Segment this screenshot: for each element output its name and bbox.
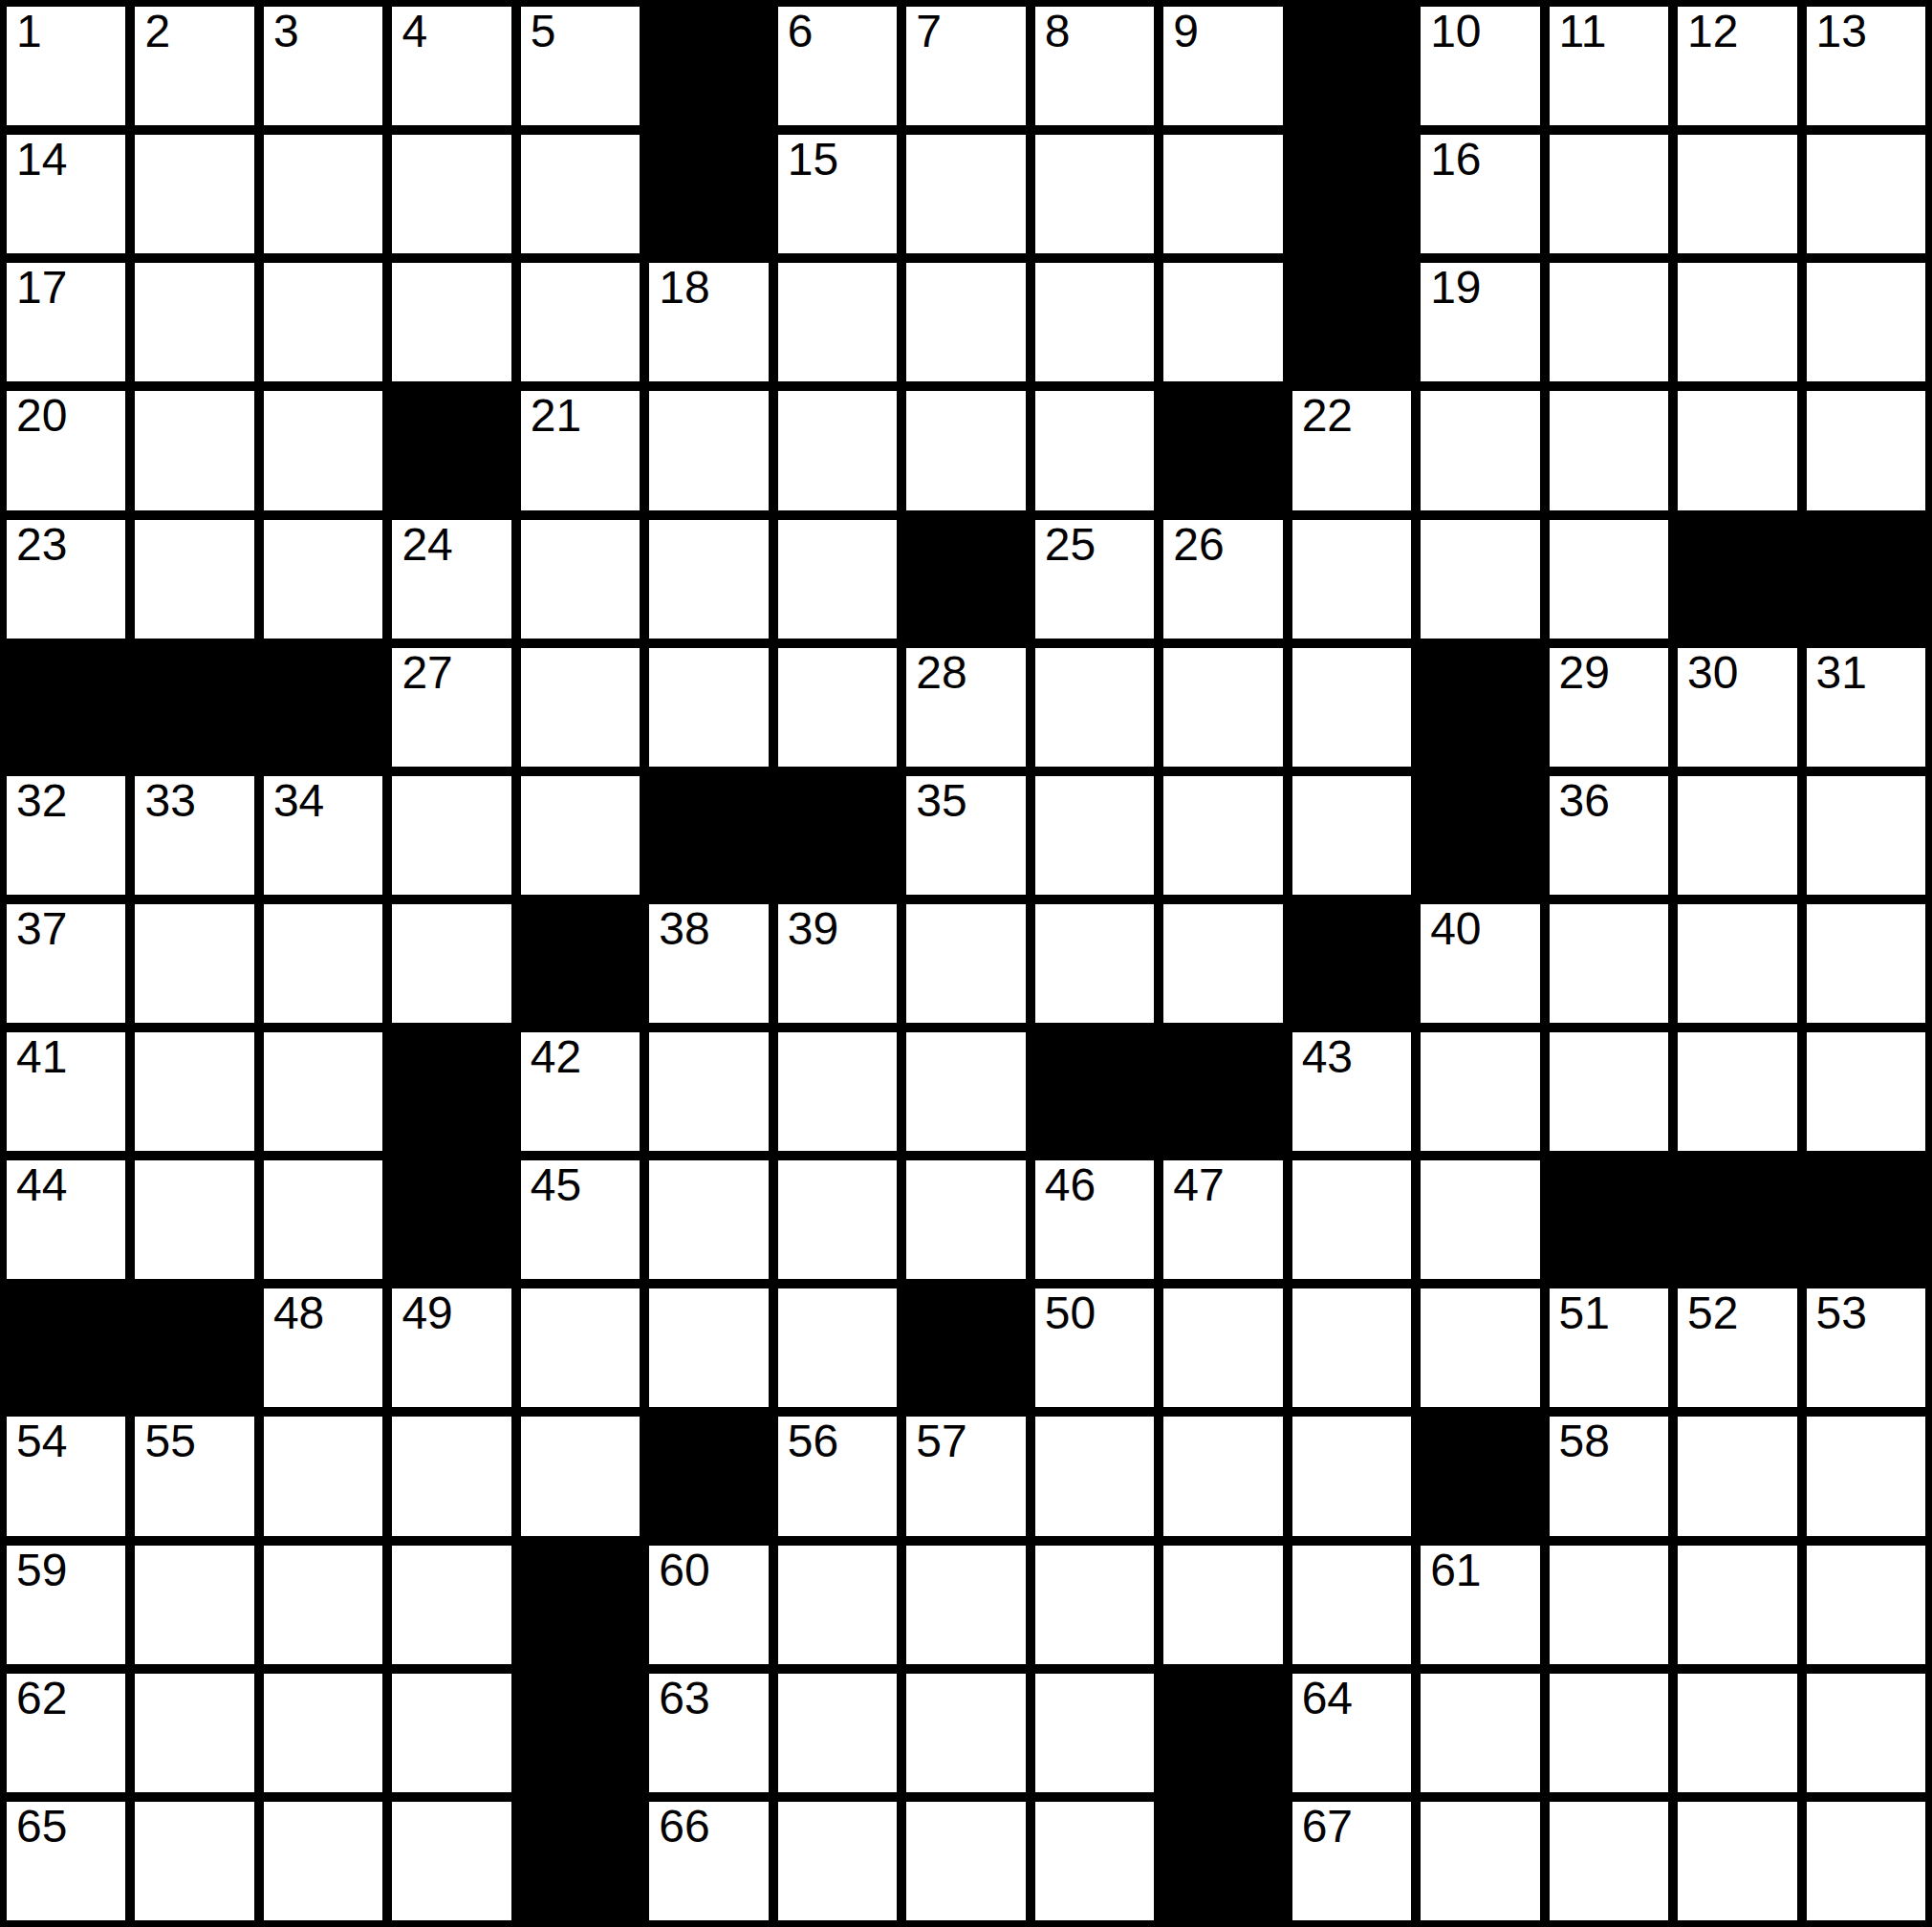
white-square-r6c7[interactable] [778, 648, 897, 767]
white-square-r9c2[interactable] [135, 1032, 253, 1151]
white-square-r7c13[interactable]: 36 [1550, 776, 1668, 895]
white-square-r13c4[interactable] [392, 1546, 510, 1664]
white-square-r1c2[interactable]: 2 [135, 7, 253, 125]
clue-number: 52 [1687, 1290, 1738, 1336]
black-square-r7c12 [1421, 776, 1539, 895]
white-square-r3c2[interactable] [135, 263, 253, 381]
black-square-r3c11 [1292, 263, 1411, 381]
white-square-r15c2[interactable] [135, 1802, 253, 1920]
white-square-r15c15[interactable] [1807, 1802, 1925, 1920]
white-square-r8c12[interactable]: 40 [1421, 904, 1539, 1023]
white-square-r1c9[interactable]: 8 [1035, 7, 1154, 125]
clue-number: 34 [273, 778, 324, 824]
white-square-r3c7[interactable] [778, 263, 897, 381]
clue-number: 29 [1559, 650, 1610, 696]
white-square-r11c5[interactable] [521, 1288, 640, 1407]
clue-number: 13 [1816, 9, 1867, 54]
white-square-r12c7[interactable]: 56 [778, 1417, 897, 1535]
white-square-r1c10[interactable]: 9 [1163, 7, 1282, 125]
black-square-r8c11 [1292, 904, 1411, 1023]
clue-number: 63 [659, 1676, 709, 1721]
white-square-r11c6[interactable] [649, 1288, 768, 1407]
white-square-r5c1[interactable]: 23 [7, 520, 125, 639]
white-square-r2c14[interactable] [1678, 135, 1796, 253]
clue-number: 1 [16, 9, 42, 54]
white-square-r14c13[interactable] [1550, 1674, 1668, 1792]
black-square-r6c3 [264, 648, 382, 767]
white-square-r14c15[interactable] [1807, 1674, 1925, 1792]
white-square-r11c11[interactable] [1292, 1288, 1411, 1407]
white-square-r4c11[interactable]: 22 [1292, 391, 1411, 509]
white-square-r14c2[interactable] [135, 1674, 253, 1792]
clue-number: 28 [916, 650, 966, 696]
white-square-r2c7[interactable]: 15 [778, 135, 897, 253]
white-square-r8c3[interactable] [264, 904, 382, 1023]
clue-number: 10 [1430, 9, 1481, 54]
white-square-r9c13[interactable] [1550, 1032, 1668, 1151]
black-square-r10c13 [1550, 1160, 1668, 1279]
white-square-r1c8[interactable]: 7 [906, 7, 1025, 125]
white-square-r4c13[interactable] [1550, 391, 1668, 509]
white-square-r4c14[interactable] [1678, 391, 1796, 509]
white-square-r10c2[interactable] [135, 1160, 253, 1279]
white-square-r5c5[interactable] [521, 520, 640, 639]
white-square-r2c9[interactable] [1035, 135, 1154, 253]
white-square-r12c3[interactable] [264, 1417, 382, 1535]
black-square-r6c12 [1421, 648, 1539, 767]
clue-number: 8 [1045, 9, 1071, 54]
white-square-r2c10[interactable] [1163, 135, 1282, 253]
white-square-r4c6[interactable] [649, 391, 768, 509]
white-square-r10c7[interactable] [778, 1160, 897, 1279]
black-square-r13c5 [521, 1546, 640, 1664]
white-square-r13c8[interactable] [906, 1546, 1025, 1664]
clue-number: 24 [402, 522, 452, 568]
white-square-r3c14[interactable] [1678, 263, 1796, 381]
black-square-r10c4 [392, 1160, 510, 1279]
white-square-r13c13[interactable] [1550, 1546, 1668, 1664]
white-square-r1c13[interactable]: 11 [1550, 7, 1668, 125]
white-square-r6c15[interactable]: 31 [1807, 648, 1925, 767]
black-square-r7c7 [778, 776, 897, 895]
clue-number: 2 [144, 9, 170, 54]
black-square-r9c4 [392, 1032, 510, 1151]
clue-number: 27 [402, 650, 452, 696]
white-square-r10c9[interactable]: 46 [1035, 1160, 1154, 1279]
white-square-r1c3[interactable]: 3 [264, 7, 382, 125]
white-square-r13c11[interactable] [1292, 1546, 1411, 1664]
black-square-r11c2 [135, 1288, 253, 1407]
clue-number: 4 [402, 9, 427, 54]
white-square-r9c14[interactable] [1678, 1032, 1796, 1151]
white-square-r12c15[interactable] [1807, 1417, 1925, 1535]
white-square-r4c8[interactable] [906, 391, 1025, 509]
black-square-r5c15 [1807, 520, 1925, 639]
white-square-r7c9[interactable] [1035, 776, 1154, 895]
white-square-r14c3[interactable] [264, 1674, 382, 1792]
clue-number: 56 [788, 1418, 838, 1464]
clue-number: 50 [1045, 1290, 1096, 1336]
white-square-r14c9[interactable] [1035, 1674, 1154, 1792]
white-square-r8c8[interactable] [906, 904, 1025, 1023]
white-square-r11c4[interactable]: 49 [392, 1288, 510, 1407]
white-square-r9c15[interactable] [1807, 1032, 1925, 1151]
white-square-r4c9[interactable] [1035, 391, 1154, 509]
clue-number: 30 [1687, 650, 1738, 696]
white-square-r1c5[interactable]: 5 [521, 7, 640, 125]
white-square-r1c7[interactable]: 6 [778, 7, 897, 125]
white-square-r8c1[interactable]: 37 [7, 904, 125, 1023]
black-square-r10c15 [1807, 1160, 1925, 1279]
white-square-r9c6[interactable] [649, 1032, 768, 1151]
clue-number: 20 [16, 393, 67, 439]
white-square-r11c12[interactable] [1421, 1288, 1539, 1407]
black-square-r1c11 [1292, 7, 1411, 125]
clue-number: 57 [916, 1418, 966, 1464]
white-square-r13c9[interactable] [1035, 1546, 1154, 1664]
white-square-r1c15[interactable]: 13 [1807, 7, 1925, 125]
black-square-r12c6 [649, 1417, 768, 1535]
clue-number: 64 [1302, 1676, 1353, 1721]
white-square-r10c11[interactable] [1292, 1160, 1411, 1279]
white-square-r7c5[interactable] [521, 776, 640, 895]
clue-number: 58 [1559, 1418, 1610, 1464]
white-square-r13c2[interactable] [135, 1546, 253, 1664]
clue-number: 19 [1430, 265, 1481, 311]
clue-number: 46 [1045, 1162, 1096, 1208]
white-square-r11c9[interactable]: 50 [1035, 1288, 1154, 1407]
white-square-r11c15[interactable]: 53 [1807, 1288, 1925, 1407]
white-square-r8c6[interactable]: 38 [649, 904, 768, 1023]
white-square-r15c12[interactable] [1421, 1802, 1539, 1920]
white-square-r3c1[interactable]: 17 [7, 263, 125, 381]
clue-number: 44 [16, 1162, 67, 1208]
black-square-r14c10 [1163, 1674, 1282, 1792]
white-square-r8c10[interactable] [1163, 904, 1282, 1023]
white-square-r10c10[interactable]: 47 [1163, 1160, 1282, 1279]
white-square-r2c15[interactable] [1807, 135, 1925, 253]
white-square-r6c10[interactable] [1163, 648, 1282, 767]
clue-number: 60 [659, 1548, 709, 1593]
clue-number: 16 [1430, 137, 1481, 183]
clue-number: 61 [1430, 1548, 1481, 1593]
white-square-r8c4[interactable] [392, 904, 510, 1023]
white-square-r8c15[interactable] [1807, 904, 1925, 1023]
white-square-r14c1[interactable]: 62 [7, 1674, 125, 1792]
white-square-r12c1[interactable]: 54 [7, 1417, 125, 1535]
white-square-r6c6[interactable] [649, 648, 768, 767]
white-square-r1c12[interactable]: 10 [1421, 7, 1539, 125]
white-square-r3c4[interactable] [392, 263, 510, 381]
black-square-r2c6 [649, 135, 768, 253]
white-square-r3c12[interactable]: 19 [1421, 263, 1539, 381]
white-square-r15c3[interactable] [264, 1802, 382, 1920]
clue-number: 26 [1173, 522, 1224, 568]
clue-number: 51 [1559, 1290, 1610, 1336]
clue-number: 55 [144, 1418, 195, 1464]
white-square-r15c4[interactable] [392, 1802, 510, 1920]
black-square-r12c12 [1421, 1417, 1539, 1535]
white-square-r3c6[interactable]: 18 [649, 263, 768, 381]
white-square-r9c12[interactable] [1421, 1032, 1539, 1151]
white-square-r6c4[interactable]: 27 [392, 648, 510, 767]
white-square-r9c1[interactable]: 41 [7, 1032, 125, 1151]
black-square-r9c9 [1035, 1032, 1154, 1151]
white-square-r14c7[interactable] [778, 1674, 897, 1792]
white-square-r10c6[interactable] [649, 1160, 768, 1279]
white-square-r13c12[interactable]: 61 [1421, 1546, 1539, 1664]
clue-number: 49 [402, 1290, 452, 1336]
white-square-r6c13[interactable]: 29 [1550, 648, 1668, 767]
black-square-r1c6 [649, 7, 768, 125]
black-square-r4c10 [1163, 391, 1282, 509]
clue-number: 9 [1173, 9, 1199, 54]
white-square-r2c1[interactable]: 14 [7, 135, 125, 253]
white-square-r13c1[interactable]: 59 [7, 1546, 125, 1664]
white-square-r8c7[interactable]: 39 [778, 904, 897, 1023]
clue-number: 17 [16, 265, 67, 311]
clue-number: 37 [16, 906, 67, 952]
white-square-r12c5[interactable] [521, 1417, 640, 1535]
white-square-r3c5[interactable] [521, 263, 640, 381]
white-square-r12c4[interactable] [392, 1417, 510, 1535]
clue-number: 62 [16, 1676, 67, 1721]
white-square-r3c9[interactable] [1035, 263, 1154, 381]
black-square-r15c10 [1163, 1802, 1282, 1920]
white-square-r7c3[interactable]: 34 [264, 776, 382, 895]
white-square-r12c9[interactable] [1035, 1417, 1154, 1535]
clue-number: 65 [16, 1804, 67, 1850]
white-square-r7c4[interactable] [392, 776, 510, 895]
white-square-r6c9[interactable] [1035, 648, 1154, 767]
white-square-r2c3[interactable] [264, 135, 382, 253]
clue-number: 23 [16, 522, 67, 568]
white-square-r4c3[interactable] [264, 391, 382, 509]
clue-number: 22 [1302, 393, 1353, 439]
white-square-r13c7[interactable] [778, 1546, 897, 1664]
white-square-r2c2[interactable] [135, 135, 253, 253]
clue-number: 41 [16, 1034, 67, 1080]
white-square-r4c12[interactable] [1421, 391, 1539, 509]
clue-number: 15 [788, 137, 838, 183]
white-square-r15c14[interactable] [1678, 1802, 1796, 1920]
white-square-r2c13[interactable] [1550, 135, 1668, 253]
white-square-r5c3[interactable] [264, 520, 382, 639]
white-square-r14c6[interactable]: 63 [649, 1674, 768, 1792]
white-square-r10c12[interactable] [1421, 1160, 1539, 1279]
white-square-r6c5[interactable] [521, 648, 640, 767]
white-square-r11c7[interactable] [778, 1288, 897, 1407]
black-square-r6c1 [7, 648, 125, 767]
white-square-r2c8[interactable] [906, 135, 1025, 253]
white-square-r6c8[interactable]: 28 [906, 648, 1025, 767]
black-square-r11c8 [906, 1288, 1025, 1407]
clue-number: 6 [788, 9, 814, 54]
white-square-r5c4[interactable]: 24 [392, 520, 510, 639]
crossword-grid: 1234567891011121314151617181920212223242… [0, 0, 1932, 1927]
clue-number: 38 [659, 906, 709, 952]
white-square-r9c7[interactable] [778, 1032, 897, 1151]
clue-number: 66 [659, 1804, 709, 1850]
white-square-r8c13[interactable] [1550, 904, 1668, 1023]
black-square-r14c5 [521, 1674, 640, 1792]
white-square-r5c9[interactable]: 25 [1035, 520, 1154, 639]
white-square-r13c3[interactable] [264, 1546, 382, 1664]
white-square-r6c11[interactable] [1292, 648, 1411, 767]
white-square-r1c1[interactable]: 1 [7, 7, 125, 125]
white-square-r4c5[interactable]: 21 [521, 391, 640, 509]
white-square-r9c8[interactable] [906, 1032, 1025, 1151]
black-square-r2c11 [1292, 135, 1411, 253]
white-square-r13c14[interactable] [1678, 1546, 1796, 1664]
white-square-r9c5[interactable]: 42 [521, 1032, 640, 1151]
white-square-r8c9[interactable] [1035, 904, 1154, 1023]
white-square-r12c10[interactable] [1163, 1417, 1282, 1535]
white-square-r10c1[interactable]: 44 [7, 1160, 125, 1279]
clue-number: 42 [531, 1034, 581, 1080]
black-square-r5c14 [1678, 520, 1796, 639]
clue-number: 7 [916, 9, 942, 54]
black-square-r6c2 [135, 648, 253, 767]
clue-number: 54 [16, 1418, 67, 1464]
black-square-r9c10 [1163, 1032, 1282, 1151]
black-square-r7c6 [649, 776, 768, 895]
white-square-r8c14[interactable] [1678, 904, 1796, 1023]
white-square-r11c10[interactable] [1163, 1288, 1282, 1407]
white-square-r3c8[interactable] [906, 263, 1025, 381]
white-square-r15c11[interactable]: 67 [1292, 1802, 1411, 1920]
black-square-r5c8 [906, 520, 1025, 639]
white-square-r11c14[interactable]: 52 [1678, 1288, 1796, 1407]
clue-number: 47 [1173, 1162, 1224, 1208]
white-square-r6c14[interactable]: 30 [1678, 648, 1796, 767]
clue-number: 33 [144, 778, 195, 824]
clue-number: 53 [1816, 1290, 1867, 1336]
white-square-r12c13[interactable]: 58 [1550, 1417, 1668, 1535]
white-square-r7c8[interactable]: 35 [906, 776, 1025, 895]
black-square-r10c14 [1678, 1160, 1796, 1279]
white-square-r7c1[interactable]: 32 [7, 776, 125, 895]
white-square-r1c14[interactable]: 12 [1678, 7, 1796, 125]
white-square-r13c6[interactable]: 60 [649, 1546, 768, 1664]
white-square-r1c4[interactable]: 4 [392, 7, 510, 125]
white-square-r12c2[interactable]: 55 [135, 1417, 253, 1535]
white-square-r11c3[interactable]: 48 [264, 1288, 382, 1407]
white-square-r13c15[interactable] [1807, 1546, 1925, 1664]
white-square-r7c2[interactable]: 33 [135, 776, 253, 895]
white-square-r15c13[interactable] [1550, 1802, 1668, 1920]
white-square-r15c1[interactable]: 65 [7, 1802, 125, 1920]
white-square-r3c15[interactable] [1807, 263, 1925, 381]
clue-number: 67 [1302, 1804, 1353, 1850]
white-square-r5c13[interactable] [1550, 520, 1668, 639]
white-square-r12c14[interactable] [1678, 1417, 1796, 1535]
black-square-r8c5 [521, 904, 640, 1023]
clue-number: 14 [16, 137, 67, 183]
white-square-r4c15[interactable] [1807, 391, 1925, 509]
clue-number: 48 [273, 1290, 324, 1336]
clue-number: 59 [16, 1548, 67, 1593]
white-square-r3c10[interactable] [1163, 263, 1282, 381]
black-square-r11c1 [7, 1288, 125, 1407]
white-square-r11c13[interactable]: 51 [1550, 1288, 1668, 1407]
white-square-r9c11[interactable]: 43 [1292, 1032, 1411, 1151]
clue-number: 39 [788, 906, 838, 952]
white-square-r14c14[interactable] [1678, 1674, 1796, 1792]
white-square-r14c11[interactable]: 64 [1292, 1674, 1411, 1792]
white-square-r14c12[interactable] [1421, 1674, 1539, 1792]
black-square-r15c5 [521, 1802, 640, 1920]
white-square-r13c10[interactable] [1163, 1546, 1282, 1664]
white-square-r3c3[interactable] [264, 263, 382, 381]
white-square-r15c9[interactable] [1035, 1802, 1154, 1920]
clue-number: 35 [916, 778, 966, 824]
white-square-r10c8[interactable] [906, 1160, 1025, 1279]
white-square-r5c2[interactable] [135, 520, 253, 639]
white-square-r14c8[interactable] [906, 1674, 1025, 1792]
white-square-r4c1[interactable]: 20 [7, 391, 125, 509]
white-square-r5c12[interactable] [1421, 520, 1539, 639]
white-square-r14c4[interactable] [392, 1674, 510, 1792]
white-square-r7c14[interactable] [1678, 776, 1796, 895]
white-square-r8c2[interactable] [135, 904, 253, 1023]
clue-number: 45 [531, 1162, 581, 1208]
white-square-r15c6[interactable]: 66 [649, 1802, 768, 1920]
clue-number: 31 [1816, 650, 1867, 696]
clue-number: 21 [531, 393, 581, 439]
white-square-r7c10[interactable] [1163, 776, 1282, 895]
white-square-r4c7[interactable] [778, 391, 897, 509]
white-square-r5c6[interactable] [649, 520, 768, 639]
white-square-r15c8[interactable] [906, 1802, 1025, 1920]
white-square-r12c11[interactable] [1292, 1417, 1411, 1535]
white-square-r12c8[interactable]: 57 [906, 1417, 1025, 1535]
white-square-r5c10[interactable]: 26 [1163, 520, 1282, 639]
clue-number: 18 [659, 265, 709, 311]
white-square-r9c3[interactable] [264, 1032, 382, 1151]
white-square-r2c4[interactable] [392, 135, 510, 253]
white-square-r2c12[interactable]: 16 [1421, 135, 1539, 253]
clue-number: 40 [1430, 906, 1481, 952]
clue-number: 32 [16, 778, 67, 824]
white-square-r4c2[interactable] [135, 391, 253, 509]
black-square-r4c4 [392, 391, 510, 509]
white-square-r5c7[interactable] [778, 520, 897, 639]
white-square-r15c7[interactable] [778, 1802, 897, 1920]
white-square-r5c11[interactable] [1292, 520, 1411, 639]
clue-number: 3 [273, 9, 299, 54]
white-square-r10c5[interactable]: 45 [521, 1160, 640, 1279]
clue-number: 5 [531, 9, 556, 54]
clue-number: 36 [1559, 778, 1610, 824]
white-square-r7c15[interactable] [1807, 776, 1925, 895]
white-square-r3c13[interactable] [1550, 263, 1668, 381]
white-square-r2c5[interactable] [521, 135, 640, 253]
white-square-r7c11[interactable] [1292, 776, 1411, 895]
clue-number: 11 [1559, 9, 1607, 54]
clue-number: 43 [1302, 1034, 1353, 1080]
clue-number: 12 [1687, 9, 1738, 54]
white-square-r10c3[interactable] [264, 1160, 382, 1279]
clue-number: 25 [1045, 522, 1096, 568]
